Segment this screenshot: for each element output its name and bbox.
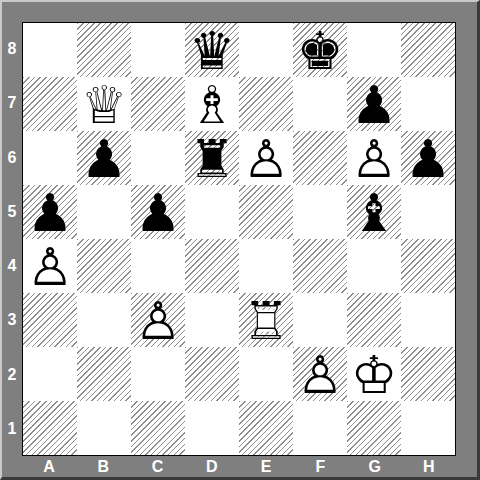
piece-ink-layer: ♜	[185, 131, 239, 185]
square-e1[interactable]	[239, 401, 293, 455]
piece-ink-layer: ♙	[239, 131, 293, 185]
rank-labels: 87654321	[2, 22, 22, 456]
square-f4[interactable]	[293, 239, 347, 293]
square-d7[interactable]: ♝♗	[185, 77, 239, 131]
square-g8[interactable]	[347, 23, 401, 77]
chess-board: ♕♛♔♚♛♕♝♗♙♟♙♟♖♜♟♙♟♙♙♟♙♟♙♟♗♝♟♙♟♙♜♖♟♙♚♔	[22, 22, 456, 456]
piece-ink-layer: ♟	[77, 131, 131, 185]
square-e7[interactable]	[239, 77, 293, 131]
piece-white-pawn: ♟♙	[347, 131, 401, 185]
square-e6[interactable]: ♟♙	[239, 131, 293, 185]
square-h4[interactable]	[401, 239, 455, 293]
rank-label-2: 2	[2, 348, 22, 402]
square-b4[interactable]	[77, 239, 131, 293]
piece-white-queen: ♛♕	[77, 77, 131, 131]
square-h5[interactable]	[401, 185, 455, 239]
piece-ink-layer: ♚	[293, 23, 347, 77]
piece-black-king: ♔♚	[293, 23, 347, 77]
file-label-a: A	[22, 456, 76, 477]
piece-ink-layer: ♔	[347, 347, 401, 401]
square-g1[interactable]	[347, 401, 401, 455]
square-a3[interactable]	[23, 293, 77, 347]
square-c1[interactable]	[131, 401, 185, 455]
square-a2[interactable]	[23, 347, 77, 401]
square-d4[interactable]	[185, 239, 239, 293]
square-e2[interactable]	[239, 347, 293, 401]
piece-white-bishop: ♝♗	[185, 77, 239, 131]
chess-board-frame: 87654321 ABCDEFGH ♕♛♔♚♛♕♝♗♙♟♙♟♖♜♟♙♟♙♙♟♙♟…	[0, 0, 480, 480]
square-f1[interactable]	[293, 401, 347, 455]
square-c8[interactable]	[131, 23, 185, 77]
piece-white-pawn: ♟♙	[239, 131, 293, 185]
square-b5[interactable]	[77, 185, 131, 239]
file-labels: ABCDEFGH	[22, 456, 456, 477]
piece-ink-layer: ♙	[293, 347, 347, 401]
square-a6[interactable]	[23, 131, 77, 185]
square-d5[interactable]	[185, 185, 239, 239]
file-label-h: H	[402, 456, 456, 477]
square-d1[interactable]	[185, 401, 239, 455]
file-label-d: D	[185, 456, 239, 477]
file-label-c: C	[131, 456, 185, 477]
rank-label-6: 6	[2, 131, 22, 185]
piece-black-pawn: ♙♟	[347, 77, 401, 131]
piece-ink-layer: ♟	[131, 185, 185, 239]
square-f3[interactable]	[293, 293, 347, 347]
rank-label-5: 5	[2, 185, 22, 239]
square-g7[interactable]: ♙♟	[347, 77, 401, 131]
square-g4[interactable]	[347, 239, 401, 293]
square-b3[interactable]	[77, 293, 131, 347]
square-d6[interactable]: ♖♜	[185, 131, 239, 185]
square-h8[interactable]	[401, 23, 455, 77]
piece-ink-layer: ♙	[347, 131, 401, 185]
square-g3[interactable]	[347, 293, 401, 347]
rank-label-8: 8	[2, 22, 22, 76]
square-a5[interactable]: ♙♟	[23, 185, 77, 239]
square-c4[interactable]	[131, 239, 185, 293]
square-c6[interactable]	[131, 131, 185, 185]
square-g6[interactable]: ♟♙	[347, 131, 401, 185]
square-d3[interactable]	[185, 293, 239, 347]
file-label-e: E	[239, 456, 293, 477]
square-a4[interactable]: ♟♙	[23, 239, 77, 293]
square-d2[interactable]	[185, 347, 239, 401]
square-b1[interactable]	[77, 401, 131, 455]
piece-white-pawn: ♟♙	[23, 239, 77, 293]
piece-ink-layer: ♙	[131, 293, 185, 347]
square-a1[interactable]	[23, 401, 77, 455]
square-b7[interactable]: ♛♕	[77, 77, 131, 131]
square-h7[interactable]	[401, 77, 455, 131]
square-g5[interactable]: ♗♝	[347, 185, 401, 239]
square-a7[interactable]	[23, 77, 77, 131]
piece-ink-layer: ♙	[23, 239, 77, 293]
square-f7[interactable]	[293, 77, 347, 131]
square-h2[interactable]	[401, 347, 455, 401]
square-h3[interactable]	[401, 293, 455, 347]
square-c2[interactable]	[131, 347, 185, 401]
piece-black-pawn: ♙♟	[23, 185, 77, 239]
file-label-b: B	[76, 456, 130, 477]
piece-ink-layer: ♟	[347, 77, 401, 131]
square-b8[interactable]	[77, 23, 131, 77]
piece-ink-layer: ♟	[401, 131, 455, 185]
square-f5[interactable]	[293, 185, 347, 239]
rank-label-3: 3	[2, 293, 22, 347]
piece-ink-layer: ♟	[23, 185, 77, 239]
file-label-f: F	[293, 456, 347, 477]
piece-black-pawn: ♙♟	[401, 131, 455, 185]
piece-ink-layer: ♛	[185, 23, 239, 77]
file-label-g: G	[348, 456, 402, 477]
piece-ink-layer: ♗	[185, 77, 239, 131]
rank-label-1: 1	[2, 402, 22, 456]
square-b6[interactable]: ♙♟	[77, 131, 131, 185]
piece-white-rook: ♜♖	[239, 293, 293, 347]
square-e3[interactable]: ♜♖	[239, 293, 293, 347]
square-f2[interactable]: ♟♙	[293, 347, 347, 401]
square-g2[interactable]: ♚♔	[347, 347, 401, 401]
piece-ink-layer: ♝	[347, 185, 401, 239]
piece-ink-layer: ♕	[77, 77, 131, 131]
square-e5[interactable]	[239, 185, 293, 239]
square-b2[interactable]	[77, 347, 131, 401]
piece-black-pawn: ♙♟	[77, 131, 131, 185]
square-c3[interactable]: ♟♙	[131, 293, 185, 347]
piece-black-bishop: ♗♝	[347, 185, 401, 239]
square-a8[interactable]	[23, 23, 77, 77]
rank-label-7: 7	[2, 76, 22, 130]
piece-ink-layer: ♖	[239, 293, 293, 347]
piece-black-pawn: ♙♟	[131, 185, 185, 239]
square-c5[interactable]: ♙♟	[131, 185, 185, 239]
piece-white-pawn: ♟♙	[131, 293, 185, 347]
square-d8[interactable]: ♕♛	[185, 23, 239, 77]
piece-white-king: ♚♔	[347, 347, 401, 401]
piece-black-queen: ♕♛	[185, 23, 239, 77]
rank-label-4: 4	[2, 239, 22, 293]
square-h6[interactable]: ♙♟	[401, 131, 455, 185]
square-f8[interactable]: ♔♚	[293, 23, 347, 77]
piece-black-rook: ♖♜	[185, 131, 239, 185]
square-e8[interactable]	[239, 23, 293, 77]
square-e4[interactable]	[239, 239, 293, 293]
square-f6[interactable]	[293, 131, 347, 185]
piece-white-pawn: ♟♙	[293, 347, 347, 401]
square-c7[interactable]	[131, 77, 185, 131]
square-h1[interactable]	[401, 401, 455, 455]
